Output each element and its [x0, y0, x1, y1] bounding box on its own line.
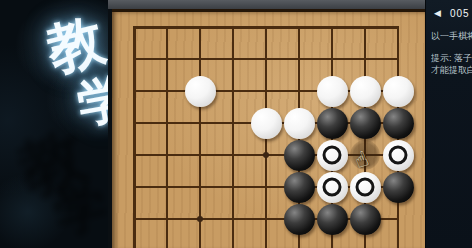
puzzle-info-panel: ◀ 005 以一手棋将其 提示: 落子处 才能提取白子 — [425, 0, 472, 248]
capture-target-marker — [323, 146, 342, 165]
go-teaching-app-window: 教 学 教 学 ☝ ◀ 005 以一手棋将其 提示: 落子处 才能提取白子 — [0, 0, 472, 248]
black-stone — [284, 140, 315, 171]
board-grid-hline — [133, 26, 399, 29]
capture-target-marker — [389, 146, 408, 165]
white-stone — [185, 76, 216, 107]
star-point — [263, 152, 269, 158]
puzzle-hint-text-line1: 提示: 落子处 — [431, 52, 472, 64]
puzzle-objective-text: 以一手棋将其 — [431, 30, 472, 42]
white-stone — [251, 108, 282, 139]
go-board[interactable]: ☝ — [108, 0, 425, 248]
puzzle-header: ◀ 005 — [426, 4, 472, 22]
white-stone — [383, 76, 414, 107]
black-stone — [317, 108, 348, 139]
capture-target-marker — [356, 178, 375, 197]
black-stone — [350, 204, 381, 235]
black-stone — [284, 172, 315, 203]
white-stone — [317, 172, 348, 203]
white-stone — [317, 140, 348, 171]
white-stone — [350, 172, 381, 203]
board-wood-surface[interactable]: ☝ — [112, 9, 425, 248]
puzzle-number: 005 — [450, 8, 470, 19]
black-stone — [383, 172, 414, 203]
board-grid-hline — [133, 58, 399, 60]
white-stone — [284, 108, 315, 139]
black-stone — [317, 204, 348, 235]
background-wall-strip — [108, 0, 425, 9]
white-stone — [383, 140, 414, 171]
puzzle-hint-text-line2: 才能提取白子 — [431, 64, 472, 76]
white-stone — [350, 76, 381, 107]
black-stone — [350, 108, 381, 139]
chevron-left-icon[interactable]: ◀ — [434, 8, 441, 18]
white-stone — [317, 76, 348, 107]
star-point — [197, 216, 203, 222]
black-stone — [383, 108, 414, 139]
sidebar-calligraphy-panel: 教 学 教 学 — [0, 0, 113, 248]
calligraphy-watermark: 学 — [47, 170, 114, 248]
capture-target-marker — [323, 178, 342, 197]
black-stone — [284, 204, 315, 235]
